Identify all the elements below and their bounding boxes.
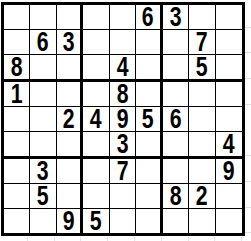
cell-r9c8[interactable] [189, 209, 215, 233]
cell-r5c8[interactable] [189, 107, 215, 132]
given-digit: 4 [117, 55, 129, 79]
given-digit: 4 [90, 107, 102, 131]
cell-r4c9[interactable] [216, 82, 242, 107]
cell-r5c6[interactable]: 5 [136, 107, 162, 132]
cell-r9c2[interactable] [30, 209, 56, 233]
cell-r1c7[interactable]: 3 [163, 5, 189, 30]
cell-r9c5[interactable] [110, 209, 136, 233]
cell-r3c6[interactable] [136, 55, 162, 82]
given-digit: 2 [63, 107, 75, 131]
given-digit: 5 [90, 209, 102, 233]
given-digit: 2 [196, 184, 208, 208]
spreadsheet-gridline-ticks-bottom [1, 237, 249, 241]
cell-r3c4[interactable] [83, 55, 109, 82]
cell-r7c4[interactable] [83, 159, 109, 184]
cell-r7c1[interactable] [4, 159, 30, 184]
cell-r3c8[interactable]: 5 [189, 55, 215, 82]
cell-r1c1[interactable] [4, 5, 30, 30]
given-digit: 3 [63, 30, 75, 54]
cell-r3c7[interactable] [163, 55, 189, 82]
cell-r8c5[interactable] [110, 184, 136, 209]
cell-r2c6[interactable] [136, 30, 162, 55]
given-digit: 3 [117, 132, 129, 156]
cell-r1c9[interactable] [216, 5, 242, 30]
cell-r8c6[interactable] [136, 184, 162, 209]
given-digit: 6 [37, 30, 49, 54]
given-digit: 9 [223, 159, 235, 183]
given-digit: 7 [117, 159, 129, 183]
cell-r9c1[interactable] [4, 209, 30, 233]
given-digit: 6 [169, 107, 181, 131]
cell-r4c1[interactable]: 1 [4, 82, 30, 107]
cell-r3c9[interactable] [216, 55, 242, 82]
cell-r5c2[interactable] [30, 107, 56, 132]
cell-r6c1[interactable] [4, 132, 30, 159]
cell-r8c9[interactable] [216, 184, 242, 209]
cell-r6c7[interactable] [163, 132, 189, 159]
cell-r6c4[interactable] [83, 132, 109, 159]
given-digit: 6 [142, 5, 154, 29]
cell-r1c5[interactable] [110, 5, 136, 30]
cell-r5c3[interactable]: 2 [57, 107, 83, 132]
given-digit: 9 [63, 209, 75, 233]
given-digit: 8 [169, 184, 181, 208]
given-digit: 4 [223, 132, 235, 156]
given-digit: 5 [37, 184, 49, 208]
cell-r9c4[interactable]: 5 [83, 209, 109, 233]
cell-r2c9[interactable] [216, 30, 242, 55]
given-digit: 1 [11, 82, 23, 106]
given-digit: 5 [142, 107, 154, 131]
cell-r2c2[interactable]: 6 [30, 30, 56, 55]
cell-r3c2[interactable] [30, 55, 56, 82]
cell-r5c7[interactable]: 6 [163, 107, 189, 132]
cell-r8c1[interactable] [4, 184, 30, 209]
given-digit: 8 [11, 55, 23, 79]
cell-r7c9[interactable]: 9 [216, 159, 242, 184]
cell-r6c3[interactable] [57, 132, 83, 159]
cell-r9c9[interactable] [216, 209, 242, 233]
cell-r6c6[interactable] [136, 132, 162, 159]
cell-r2c3[interactable]: 3 [57, 30, 83, 55]
cell-r2c4[interactable] [83, 30, 109, 55]
sudoku-screenshot: { "game": "sudoku", "position": "0000063… [0, 0, 251, 241]
cell-r3c3[interactable] [57, 55, 83, 82]
cell-r9c6[interactable] [136, 209, 162, 233]
sudoku-board: 6363784518249563437958295 [1, 2, 245, 236]
cell-r7c5[interactable]: 7 [110, 159, 136, 184]
cell-r8c2[interactable]: 5 [30, 184, 56, 209]
given-digit: 5 [196, 55, 208, 79]
given-digit: 3 [169, 5, 181, 29]
cell-r9c3[interactable]: 9 [57, 209, 83, 233]
cell-r5c1[interactable] [4, 107, 30, 132]
cell-r1c4[interactable] [83, 5, 109, 30]
cell-r7c6[interactable] [136, 159, 162, 184]
cell-r7c3[interactable] [57, 159, 83, 184]
spreadsheet-gridline-ticks-right [245, 2, 251, 238]
cell-r4c8[interactable] [189, 82, 215, 107]
cell-r4c2[interactable] [30, 82, 56, 107]
cell-r6c8[interactable] [189, 132, 215, 159]
cell-r5c4[interactable]: 4 [83, 107, 109, 132]
cell-r8c8[interactable]: 2 [189, 184, 215, 209]
cell-r1c6[interactable]: 6 [136, 5, 162, 30]
cell-r2c7[interactable] [163, 30, 189, 55]
cell-r9c7[interactable] [163, 209, 189, 233]
cell-r8c7[interactable]: 8 [163, 184, 189, 209]
